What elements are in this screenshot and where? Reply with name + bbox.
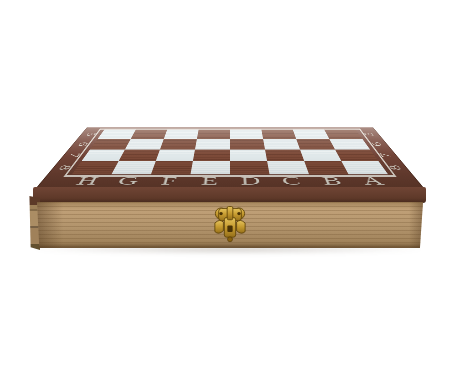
board-square-c5	[261, 130, 296, 139]
board-square-b5	[293, 130, 330, 139]
board-square-e7	[193, 149, 230, 161]
board-square-e6	[195, 139, 230, 149]
board-square-g7	[119, 149, 160, 161]
board-square-c6	[263, 139, 300, 149]
board-square-g6	[125, 139, 164, 149]
board-square-f5	[164, 130, 199, 139]
board-grid	[72, 130, 388, 175]
board-square-d7	[230, 149, 267, 161]
board-square-d5	[230, 130, 263, 139]
chess-board-surface: H G F E D C B A 5 6 7 8 5 6 7 8	[36, 127, 424, 188]
board-square-g5	[131, 130, 168, 139]
box-front-left-shading	[37, 202, 63, 248]
board-square-e5	[197, 130, 230, 139]
board-front-edge	[33, 187, 426, 203]
box-front-right-shading	[409, 202, 423, 248]
file-labels: H G F E D C B A	[62, 175, 397, 187]
board-square-d6	[230, 139, 265, 149]
board-square-f6	[160, 139, 197, 149]
board-perspective-wrap: H G F E D C B A 5 6 7 8 5 6 7 8	[36, 117, 424, 188]
brass-clasp-icon	[213, 205, 247, 243]
box-shadow	[32, 245, 424, 254]
board-square-c7	[265, 149, 304, 161]
chess-box-photo: H G F E D C B A 5 6 7 8 5 6 7 8	[0, 0, 450, 386]
board-square-f7	[156, 149, 195, 161]
